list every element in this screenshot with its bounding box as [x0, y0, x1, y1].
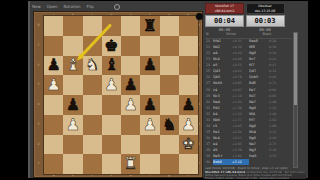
rank-label-1: 1 [35, 154, 42, 174]
black-pawn-a6[interactable]: ♟ [46, 57, 60, 73]
black-king-d7[interactable]: ♚ [104, 38, 118, 54]
white-pawn-a5[interactable]: ♟ [46, 77, 60, 93]
square-b4[interactable]: ♟ [63, 95, 82, 115]
rank-label-2: 2 [35, 135, 42, 155]
square-f4[interactable]: ♟ [140, 95, 159, 115]
square-d2[interactable] [102, 135, 121, 155]
white-king-h2[interactable]: ♚ [181, 136, 195, 152]
square-g5[interactable] [160, 75, 179, 95]
black-pawn-f4[interactable]: ♟ [143, 97, 157, 113]
square-g2[interactable] [160, 135, 179, 155]
square-b8[interactable] [63, 16, 82, 36]
engine-white-clock: 00:04 [205, 15, 244, 27]
square-g4[interactable] [160, 95, 179, 115]
square-a7[interactable] [44, 36, 63, 56]
square-b6[interactable]: ♝ [63, 56, 82, 76]
square-c5[interactable] [83, 75, 102, 95]
white-pawn-f3[interactable]: ♟ [143, 117, 157, 133]
square-g6[interactable] [160, 56, 179, 76]
engine-white-build: x86-64-bmi2 [206, 9, 243, 14]
square-e4[interactable]: ♟ [121, 95, 140, 115]
white-pawn-d5[interactable]: ♟ [104, 77, 118, 93]
square-e6[interactable] [121, 56, 140, 76]
black-rook-f8[interactable]: ♜ [143, 18, 157, 34]
engine-panel-black: Obsidian dev-13.25.08 00:03 00:00 [246, 3, 285, 33]
square-e7[interactable] [121, 36, 140, 56]
rank-label-3: 3 [35, 115, 42, 135]
square-a6[interactable]: ♟ [44, 56, 63, 76]
square-h3[interactable]: ♟ [179, 115, 198, 135]
square-f6[interactable]: ♟ [140, 56, 159, 76]
movelist-header-n: N [205, 32, 213, 38]
square-h7[interactable] [179, 36, 198, 56]
square-f1[interactable] [140, 154, 159, 174]
square-a1[interactable] [44, 154, 63, 174]
square-f7[interactable] [140, 36, 159, 56]
square-b2[interactable] [63, 135, 82, 155]
movelist-scrollbar[interactable] [293, 32, 298, 168]
rank-label-6: 6 [35, 56, 42, 76]
square-a8[interactable] [44, 16, 63, 36]
record-icon[interactable] [114, 4, 120, 10]
black-knight-g3[interactable]: ♞ [162, 117, 176, 133]
square-e5[interactable]: ♟ [121, 75, 140, 95]
square-h1[interactable] [179, 154, 198, 174]
square-c2[interactable] [83, 135, 102, 155]
square-a3[interactable] [44, 115, 63, 135]
movelist[interactable]: 20Rfe1+0.31Rae8-0.2821Nd2+0.35Nf8-0.3022… [205, 38, 292, 165]
square-d4[interactable] [102, 95, 121, 115]
square-f2[interactable] [140, 135, 159, 155]
square-e2[interactable] [121, 135, 140, 155]
square-d5[interactable]: ♟ [102, 75, 121, 95]
white-rook-e1[interactable]: ♜ [123, 156, 137, 172]
white-pawn-h3[interactable]: ♟ [181, 117, 195, 133]
engine-white-header: Stockfish 17 x86-64-bmi2 [205, 3, 244, 14]
white-knight-c6[interactable]: ♞ [85, 57, 99, 73]
square-c1[interactable] [83, 154, 102, 174]
info-line-3: Engine match replay · move 40 of 40 · ad… [205, 177, 305, 179]
square-d6[interactable]: ♝ [102, 56, 121, 76]
window-edge [28, 1, 30, 178]
white-pawn-b3[interactable]: ♟ [66, 117, 80, 133]
rank-label-8: 8 [35, 16, 42, 36]
square-f8[interactable]: ♜ [140, 16, 159, 36]
square-g8[interactable] [160, 16, 179, 36]
square-g1[interactable] [160, 154, 179, 174]
square-b3[interactable]: ♟ [63, 115, 82, 135]
black-pawn-f6[interactable]: ♟ [143, 57, 157, 73]
black-pawn-b4[interactable]: ♟ [66, 97, 80, 113]
square-b5[interactable] [63, 75, 82, 95]
movelist-header-white: White [213, 32, 249, 38]
rank-label-7: 7 [35, 36, 42, 56]
square-f5[interactable] [140, 75, 159, 95]
move-cell-n-40[interactable]: 40 [205, 159, 213, 165]
square-e1[interactable]: ♜ [121, 154, 140, 174]
engine-panel-white: Stockfish 17 x86-64-bmi2 00:04 00:00 [205, 3, 244, 33]
square-a4[interactable] [44, 95, 63, 115]
square-h4[interactable]: ♟ [179, 95, 198, 115]
engine-black-header: Obsidian dev-13.25.08 [246, 3, 285, 14]
black-pawn-h4[interactable]: ♟ [181, 97, 195, 113]
square-g7[interactable] [160, 36, 179, 56]
rank-label-5: 5 [35, 75, 42, 95]
movelist-header-black: Black [249, 32, 285, 38]
chess-board-frame: abcdefgh abcdefgh 87654321 87654321 ♜♚♟♝… [33, 11, 203, 178]
square-h8[interactable] [179, 16, 198, 36]
square-c7[interactable] [83, 36, 102, 56]
movelist-row-40[interactable]: 40Bxb6+5.12 [205, 159, 292, 165]
square-c6[interactable]: ♞ [83, 56, 102, 76]
white-bishop-b6[interactable]: ♝ [66, 57, 80, 73]
square-c4[interactable] [83, 95, 102, 115]
menu-item-new[interactable]: New [32, 3, 41, 11]
move-cell-we-40[interactable]: +5.12 [232, 159, 249, 165]
menubar: New Open Notation Flip [32, 3, 120, 11]
move-cell-b-40[interactable] [249, 159, 268, 165]
chess-board[interactable]: ♜♚♟♝♞♝♟♟♟♟♟♟♟♟♟♟♞♟♚♜ [44, 16, 198, 174]
white-pawn-e4[interactable]: ♟ [123, 97, 137, 113]
square-e3[interactable] [121, 115, 140, 135]
video-frame: New Open Notation Flip abcdefgh abcdefgh… [0, 0, 320, 180]
rank-label-4: 4 [35, 95, 42, 115]
square-c8[interactable] [83, 16, 102, 36]
square-h6[interactable] [179, 56, 198, 76]
move-cell-be-40[interactable] [268, 159, 285, 165]
square-d3[interactable] [102, 115, 121, 135]
menu-item-open[interactable]: Open [47, 3, 58, 11]
game-info-box: Stockfish 17 x86-64-bmi2 vs Obsidian dev… [204, 171, 306, 180]
square-f3[interactable]: ♟ [140, 115, 159, 135]
menu-item-flip[interactable]: Flip [87, 3, 94, 11]
move-cell-w-40[interactable]: Bxb6 [213, 159, 232, 165]
engine-black-clock: 00:03 [246, 15, 285, 27]
black-bishop-d6[interactable]: ♝ [104, 57, 118, 73]
square-d1[interactable] [102, 154, 121, 174]
engine-black-build: dev-13.25.08 [247, 9, 284, 14]
square-a5[interactable]: ♟ [44, 75, 63, 95]
square-a2[interactable] [44, 135, 63, 155]
black-pawn-e5[interactable]: ♟ [123, 77, 137, 93]
square-d7[interactable]: ♚ [102, 36, 121, 56]
square-h5[interactable] [179, 75, 198, 95]
scrollbar-thumb[interactable] [294, 33, 297, 105]
square-c3[interactable] [83, 115, 102, 135]
square-e8[interactable] [121, 16, 140, 36]
square-h2[interactable]: ♚ [179, 135, 198, 155]
menu-item-notation[interactable]: Notation [63, 3, 80, 11]
square-b7[interactable] [63, 36, 82, 56]
square-g3[interactable]: ♞ [160, 115, 179, 135]
chess-gui-window: New Open Notation Flip abcdefgh abcdefgh… [28, 1, 308, 178]
rank-labels-left: 87654321 [35, 16, 42, 174]
square-d8[interactable] [102, 16, 121, 36]
square-b1[interactable] [63, 154, 82, 174]
